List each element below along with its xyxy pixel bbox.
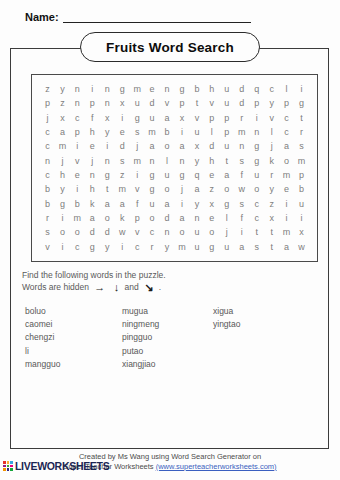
grid-cell-r7c12[interactable]: e [204, 168, 219, 182]
grid-cell-r1c1[interactable]: z [40, 82, 55, 96]
grid-cell-r4c2[interactable]: a [55, 125, 70, 139]
grid-cell-r9c10[interactable]: i [175, 197, 190, 211]
grid-cell-r5c10[interactable]: a [175, 139, 190, 153]
name-label: Name: [25, 11, 59, 23]
grid-cell-r12c14[interactable]: a [234, 240, 249, 254]
grid-cell-r12c9[interactable]: y [160, 240, 175, 254]
grid-cell-r5c3[interactable]: i [70, 139, 85, 153]
grid-cell-r12c10[interactable]: m [175, 240, 190, 254]
name-input-line[interactable] [63, 12, 251, 23]
grid-cell-r6c17[interactable]: o [279, 154, 294, 168]
grid-cell-r3c10[interactable]: x [175, 111, 190, 125]
grid-cell-r6c12[interactable]: h [204, 154, 219, 168]
grid-cell-r7c4[interactable]: n [85, 168, 100, 182]
word-item-mangguo: mangguo [25, 358, 122, 371]
grid-cell-r8c3[interactable]: i [70, 182, 85, 196]
grid-cell-r8c7[interactable]: v [130, 182, 145, 196]
grid-cell-r1c13[interactable]: u [219, 82, 234, 96]
grid-cell-r10c12[interactable]: e [204, 211, 219, 225]
worksheet-page: Name: Fruits Word Search zyningmengbhudq… [0, 0, 340, 480]
word-item-li: li [25, 345, 122, 358]
grid-cell-r4c10[interactable]: i [175, 125, 190, 139]
instructions-line1: Find the following words in the puzzle. [22, 269, 166, 281]
diagonal-arrow-icon: ↘ [144, 281, 153, 293]
grid-cell-r9c15[interactable]: c [249, 197, 264, 211]
grid-cell-r11c3[interactable]: o [70, 225, 85, 239]
grid-cell-r8c8[interactable]: g [145, 182, 160, 196]
grid-cell-r12c18[interactable]: w [294, 240, 309, 254]
grid-cell-r12c13[interactable]: u [219, 240, 234, 254]
letter-grid: zyningmengbhudqclipznpnxudvptvudpypgjxcf… [40, 82, 309, 254]
grid-cell-r7c17[interactable]: m [279, 168, 294, 182]
grid-cell-r2c12[interactable]: v [204, 96, 219, 110]
grid-cell-r8c10[interactable]: j [175, 182, 190, 196]
grid-cell-r12c4[interactable]: g [85, 240, 100, 254]
grid-cell-r8c6[interactable]: m [115, 182, 130, 196]
grid-cell-r8c13[interactable]: o [219, 182, 234, 196]
grid-cell-r3c18[interactable]: t [294, 111, 309, 125]
grid-cell-r6c10[interactable]: n [175, 154, 190, 168]
grid-cell-r8c15[interactable]: o [249, 182, 264, 196]
grid-cell-r4c8[interactable]: m [145, 125, 160, 139]
grid-cell-r1c9[interactable]: n [160, 82, 175, 96]
grid-cell-r3c11[interactable]: v [189, 111, 204, 125]
grid-cell-r1c18[interactable]: i [294, 82, 309, 96]
grid-cell-r7c1[interactable]: c [40, 168, 55, 182]
grid-cell-r10c6[interactable]: k [115, 211, 130, 225]
grid-cell-r5c18[interactable]: s [294, 139, 309, 153]
grid-cell-r10c15[interactable]: c [249, 211, 264, 225]
grid-cell-r9c11[interactable]: y [189, 197, 204, 211]
grid-cell-r1c2[interactable]: y [55, 82, 70, 96]
instructions-line2: Words are hidden → ↓ and ↘ . [22, 281, 166, 293]
grid-cell-r11c16[interactable]: t [264, 225, 279, 239]
grid-cell-r6c11[interactable]: y [189, 154, 204, 168]
grid-cell-r5c5[interactable]: i [100, 139, 115, 153]
grid-cell-r2c17[interactable]: p [279, 96, 294, 110]
grid-cell-r7c16[interactable]: r [264, 168, 279, 182]
word-item-xiangjiao: xiangjiao [122, 358, 213, 371]
puzzle-grid-box: zyningmengbhudqclipznpnxudvptvudpypgjxcf… [31, 74, 318, 262]
grid-cell-r11c13[interactable]: j [219, 225, 234, 239]
instructions-line2-text: Words are hidden [22, 282, 89, 292]
grid-cell-r8c17[interactable]: e [279, 182, 294, 196]
grid-cell-r9c13[interactable]: g [219, 197, 234, 211]
grid-cell-r8c16[interactable]: y [264, 182, 279, 196]
grid-cell-r9c1[interactable]: b [40, 197, 55, 211]
grid-cell-r9c9[interactable]: a [160, 197, 175, 211]
grid-cell-r3c7[interactable]: g [130, 111, 145, 125]
grid-cell-r3c12[interactable]: p [204, 111, 219, 125]
grid-cell-r4c5[interactable]: y [100, 125, 115, 139]
grid-cell-r12c1[interactable]: v [40, 240, 55, 254]
grid-cell-r3c1[interactable]: j [40, 111, 55, 125]
liveworksheets-watermark: LIVEWORKSHEETS [3, 460, 109, 472]
liveworksheets-grid-icon [3, 461, 13, 471]
grid-cell-r12c8[interactable]: r [145, 240, 160, 254]
grid-cell-r2c15[interactable]: p [249, 96, 264, 110]
grid-cell-r1c5[interactable]: n [100, 82, 115, 96]
grid-cell-r1c7[interactable]: m [130, 82, 145, 96]
grid-cell-r10c17[interactable]: i [279, 211, 294, 225]
grid-cell-r12c5[interactable]: y [100, 240, 115, 254]
grid-cell-r5c2[interactable]: m [55, 139, 70, 153]
grid-cell-r5c15[interactable]: g [249, 139, 264, 153]
grid-cell-r9c2[interactable]: g [55, 197, 70, 211]
grid-cell-r10c7[interactable]: p [130, 211, 145, 225]
grid-cell-r3c9[interactable]: a [160, 111, 175, 125]
grid-cell-r9c8[interactable]: u [145, 197, 160, 211]
grid-cell-r4c12[interactable]: l [204, 125, 219, 139]
grid-cell-r2c16[interactable]: y [264, 96, 279, 110]
instructions-and-label: and [125, 282, 139, 292]
grid-cell-r7c14[interactable]: f [234, 168, 249, 182]
grid-cell-r10c14[interactable]: f [234, 211, 249, 225]
grid-cell-r6c8[interactable]: n [145, 154, 160, 168]
grid-cell-r10c3[interactable]: m [70, 211, 85, 225]
grid-cell-r4c13[interactable]: p [219, 125, 234, 139]
grid-cell-r11c11[interactable]: u [189, 225, 204, 239]
grid-cell-r6c16[interactable]: k [264, 154, 279, 168]
word-item-yingtao: yingtao [213, 318, 240, 331]
word-list-column-3: xiguayingtao [213, 305, 240, 371]
grid-cell-r5c6[interactable]: d [115, 139, 130, 153]
grid-cell-r4c18[interactable]: r [294, 125, 309, 139]
down-arrow-icon: ↓ [114, 281, 120, 293]
grid-cell-r11c18[interactable]: x [294, 225, 309, 239]
liveworksheets-label: LIVEWORKSHEETS [15, 460, 109, 472]
word-list: boluocaomeichengzilimangguo muguaningmen… [25, 305, 240, 371]
grid-cell-r4c1[interactable]: c [40, 125, 55, 139]
grid-cell-r1c12[interactable]: h [204, 82, 219, 96]
grid-cell-r6c13[interactable]: t [219, 154, 234, 168]
grid-cell-r2c6[interactable]: x [115, 96, 130, 110]
word-item-xigua: xigua [213, 305, 240, 318]
grid-cell-r7c15[interactable]: u [249, 168, 264, 182]
word-item-chengzi: chengzi [25, 331, 122, 344]
grid-cell-r3c5[interactable]: x [100, 111, 115, 125]
grid-cell-r8c11[interactable]: a [189, 182, 204, 196]
grid-cell-r6c15[interactable]: g [249, 154, 264, 168]
grid-cell-r5c1[interactable]: c [40, 139, 55, 153]
grid-cell-r3c4[interactable]: f [85, 111, 100, 125]
grid-cell-r9c12[interactable]: x [204, 197, 219, 211]
grid-cell-r6c3[interactable]: v [70, 154, 85, 168]
grid-cell-r11c2[interactable]: o [55, 225, 70, 239]
grid-cell-r7c11[interactable]: q [189, 168, 204, 182]
grid-cell-r11c1[interactable]: s [40, 225, 55, 239]
grid-cell-r9c3[interactable]: b [70, 197, 85, 211]
grid-cell-r8c18[interactable]: b [294, 182, 309, 196]
right-arrow-icon: → [94, 281, 105, 293]
grid-cell-r7c10[interactable]: g [175, 168, 190, 182]
grid-cell-r10c13[interactable]: l [219, 211, 234, 225]
grid-cell-r2c14[interactable]: d [234, 96, 249, 110]
grid-cell-r1c3[interactable]: n [70, 82, 85, 96]
grid-cell-r11c5[interactable]: d [100, 225, 115, 239]
grid-cell-r11c7[interactable]: v [130, 225, 145, 239]
word-item-putao: putao [122, 345, 213, 358]
grid-cell-r3c14[interactable]: r [234, 111, 249, 125]
grid-cell-r11c15[interactable]: t [249, 225, 264, 239]
word-item-mugua: mugua [122, 305, 213, 318]
grid-cell-r6c18[interactable]: m [294, 154, 309, 168]
grid-cell-r5c12[interactable]: d [204, 139, 219, 153]
grid-cell-r7c18[interactable]: p [294, 168, 309, 182]
grid-cell-r11c6[interactable]: w [115, 225, 130, 239]
grid-cell-r8c5[interactable]: t [100, 182, 115, 196]
grid-cell-r4c17[interactable]: c [279, 125, 294, 139]
grid-cell-r11c12[interactable]: o [204, 225, 219, 239]
grid-cell-r1c4[interactable]: i [85, 82, 100, 96]
grid-cell-r3c15[interactable]: i [249, 111, 264, 125]
grid-cell-r5c4[interactable]: e [85, 139, 100, 153]
grid-cell-r4c6[interactable]: e [115, 125, 130, 139]
grid-cell-r3c2[interactable]: x [55, 111, 70, 125]
word-list-column-1: boluocaomeichengzilimangguo [25, 305, 122, 371]
grid-cell-r10c9[interactable]: d [160, 211, 175, 225]
grid-cell-r11c8[interactable]: c [145, 225, 160, 239]
grid-cell-r5c8[interactable]: a [145, 139, 160, 153]
grid-cell-r6c1[interactable]: n [40, 154, 55, 168]
grid-cell-r1c8[interactable]: e [145, 82, 160, 96]
grid-cell-r4c7[interactable]: s [130, 125, 145, 139]
word-item-ningmeng: ningmeng [122, 318, 213, 331]
grid-cell-r5c9[interactable]: o [160, 139, 175, 153]
grid-cell-r7c3[interactable]: e [70, 168, 85, 182]
grid-cell-r8c4[interactable]: h [85, 182, 100, 196]
grid-cell-r11c17[interactable]: m [279, 225, 294, 239]
grid-cell-r5c17[interactable]: a [279, 139, 294, 153]
grid-cell-r1c17[interactable]: l [279, 82, 294, 96]
grid-cell-r1c11[interactable]: b [189, 82, 204, 96]
word-list-column-2: muguaningmengpingguoputaoxiangjiao [122, 305, 213, 371]
grid-cell-r2c10[interactable]: p [175, 96, 190, 110]
grid-cell-r4c15[interactable]: n [249, 125, 264, 139]
grid-cell-r6c4[interactable]: j [85, 154, 100, 168]
grid-cell-r12c3[interactable]: c [70, 240, 85, 254]
grid-cell-r6c9[interactable]: l [160, 154, 175, 168]
grid-cell-r2c7[interactable]: u [130, 96, 145, 110]
grid-cell-r7c13[interactable]: a [219, 168, 234, 182]
grid-cell-r10c5[interactable]: o [100, 211, 115, 225]
grid-cell-r10c10[interactable]: a [175, 211, 190, 225]
grid-cell-r1c14[interactable]: d [234, 82, 249, 96]
grid-cell-r9c5[interactable]: a [100, 197, 115, 211]
grid-cell-r2c1[interactable]: p [40, 96, 55, 110]
grid-cell-r9c6[interactable]: a [115, 197, 130, 211]
grid-cell-r3c6[interactable]: i [115, 111, 130, 125]
grid-cell-r12c11[interactable]: u [189, 240, 204, 254]
grid-cell-r11c4[interactable]: d [85, 225, 100, 239]
grid-cell-r10c8[interactable]: o [145, 211, 160, 225]
grid-cell-r5c11[interactable]: x [189, 139, 204, 153]
grid-cell-r11c10[interactable]: o [175, 225, 190, 239]
grid-cell-r7c8[interactable]: g [145, 168, 160, 182]
grid-cell-r6c5[interactable]: n [100, 154, 115, 168]
grid-cell-r11c14[interactable]: i [234, 225, 249, 239]
grid-cell-r9c7[interactable]: f [130, 197, 145, 211]
grid-cell-r2c11[interactable]: t [189, 96, 204, 110]
grid-cell-r1c6[interactable]: g [115, 82, 130, 96]
grid-cell-r1c10[interactable]: g [175, 82, 190, 96]
grid-cell-r7c5[interactable]: g [100, 168, 115, 182]
grid-cell-r8c1[interactable]: b [40, 182, 55, 196]
grid-cell-r3c13[interactable]: p [219, 111, 234, 125]
grid-cell-r8c9[interactable]: o [160, 182, 175, 196]
grid-cell-r5c16[interactable]: j [264, 139, 279, 153]
grid-cell-r2c2[interactable]: z [55, 96, 70, 110]
grid-cell-r2c5[interactable]: n [100, 96, 115, 110]
instructions-period: . [159, 282, 161, 292]
grid-cell-r10c2[interactable]: i [55, 211, 70, 225]
grid-cell-r7c2[interactable]: h [55, 168, 70, 182]
grid-cell-r4c14[interactable]: m [234, 125, 249, 139]
grid-cell-r4c9[interactable]: b [160, 125, 175, 139]
grid-cell-r12c16[interactable]: t [264, 240, 279, 254]
grid-cell-r9c16[interactable]: z [264, 197, 279, 211]
grid-cell-r1c16[interactable]: c [264, 82, 279, 96]
grid-cell-r2c13[interactable]: u [219, 96, 234, 110]
grid-cell-r6c6[interactable]: s [115, 154, 130, 168]
name-row: Name: [25, 11, 251, 23]
word-item-boluo: boluo [25, 305, 122, 318]
grid-cell-r12c12[interactable]: g [204, 240, 219, 254]
grid-cell-r12c7[interactable]: c [130, 240, 145, 254]
grid-cell-r9c4[interactable]: k [85, 197, 100, 211]
grid-cell-r6c14[interactable]: s [234, 154, 249, 168]
grid-cell-r3c17[interactable]: c [279, 111, 294, 125]
instructions: Find the following words in the puzzle. … [22, 269, 166, 293]
grid-cell-r4c4[interactable]: h [85, 125, 100, 139]
grid-cell-r9c18[interactable]: u [294, 197, 309, 211]
grid-cell-r12c15[interactable]: s [249, 240, 264, 254]
grid-cell-r8c12[interactable]: z [204, 182, 219, 196]
grid-cell-r8c2[interactable]: y [55, 182, 70, 196]
grid-cell-r12c6[interactable]: i [115, 240, 130, 254]
grid-cell-r12c2[interactable]: i [55, 240, 70, 254]
grid-cell-r2c8[interactable]: d [145, 96, 160, 110]
grid-cell-r10c4[interactable]: a [85, 211, 100, 225]
superteacherworksheets-link[interactable]: (www.superteacherworksheets.com) [156, 462, 277, 471]
grid-cell-r6c2[interactable]: j [55, 154, 70, 168]
grid-cell-r3c16[interactable]: v [264, 111, 279, 125]
grid-cell-r4c3[interactable]: p [70, 125, 85, 139]
grid-cell-r10c16[interactable]: x [264, 211, 279, 225]
grid-cell-r5c7[interactable]: j [130, 139, 145, 153]
grid-cell-r9c17[interactable]: i [279, 197, 294, 211]
grid-cell-r10c1[interactable]: r [40, 211, 55, 225]
grid-cell-r5c13[interactable]: u [219, 139, 234, 153]
grid-cell-r2c4[interactable]: p [85, 96, 100, 110]
grid-cell-r7c7[interactable]: i [130, 168, 145, 182]
page-title: Fruits Word Search [80, 32, 260, 62]
grid-cell-r7c6[interactable]: z [115, 168, 130, 182]
word-item-pingguo: pingguo [122, 331, 213, 344]
grid-cell-r9c14[interactable]: s [234, 197, 249, 211]
grid-cell-r1c15[interactable]: q [249, 82, 264, 96]
grid-cell-r4c11[interactable]: u [189, 125, 204, 139]
grid-cell-r6c7[interactable]: m [130, 154, 145, 168]
word-item-caomei: caomei [25, 318, 122, 331]
grid-cell-r3c3[interactable]: c [70, 111, 85, 125]
grid-cell-r7c9[interactable]: u [160, 168, 175, 182]
grid-cell-r10c11[interactable]: n [189, 211, 204, 225]
grid-cell-r10c18[interactable]: i [294, 211, 309, 225]
grid-cell-r8c14[interactable]: w [234, 182, 249, 196]
grid-cell-r2c9[interactable]: v [160, 96, 175, 110]
grid-cell-r4c16[interactable]: l [264, 125, 279, 139]
grid-cell-r3c8[interactable]: u [145, 111, 160, 125]
grid-cell-r12c17[interactable]: a [279, 240, 294, 254]
grid-cell-r5c14[interactable]: n [234, 139, 249, 153]
grid-cell-r2c18[interactable]: g [294, 96, 309, 110]
grid-cell-r11c9[interactable]: n [160, 225, 175, 239]
grid-cell-r2c3[interactable]: n [70, 96, 85, 110]
